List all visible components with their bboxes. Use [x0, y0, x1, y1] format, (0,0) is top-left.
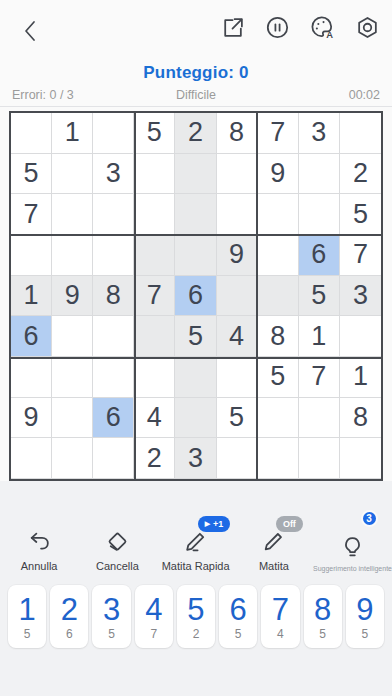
cell-r8c8[interactable]: [299, 398, 340, 439]
cell-r4c5[interactable]: [175, 235, 216, 276]
score: Punteggio: 0: [0, 63, 392, 83]
eraser-icon: [105, 529, 130, 554]
numpad-key-2[interactable]: 26: [50, 585, 88, 648]
cell-r2c4[interactable]: [134, 154, 175, 195]
cell-r5c1[interactable]: 1: [11, 276, 52, 317]
erase-button[interactable]: Cancella: [78, 502, 156, 574]
cell-r9c1[interactable]: [11, 438, 52, 479]
numpad-remaining-count: 4: [277, 627, 284, 641]
cell-r9c3[interactable]: [93, 438, 134, 479]
pencil-icon: [261, 529, 286, 554]
cell-r9c8[interactable]: [299, 438, 340, 479]
cell-r4c1[interactable]: [11, 235, 52, 276]
numpad-remaining-count: 5: [108, 627, 115, 641]
cell-r8c4[interactable]: 4: [134, 398, 175, 439]
quick-pencil-badge: ▶ +1: [198, 516, 231, 532]
numpad-remaining-count: 5: [235, 627, 242, 641]
cell-r1c7[interactable]: 7: [258, 113, 299, 154]
numpad-remaining-count: 6: [66, 627, 73, 641]
cell-r1c9[interactable]: [340, 113, 381, 154]
cell-r8c5[interactable]: [175, 398, 216, 439]
pencil-badge-text: Off: [283, 519, 296, 529]
cell-r6c9[interactable]: [340, 316, 381, 357]
undo-icon: [27, 529, 52, 554]
numpad-digit: 7: [272, 593, 289, 627]
svg-text:A: A: [326, 29, 333, 39]
cell-r3c2[interactable]: [52, 194, 93, 235]
chevron-left-icon: [16, 16, 46, 46]
cell-r4c2[interactable]: [52, 235, 93, 276]
cell-r5c7[interactable]: [258, 276, 299, 317]
cell-r3c7[interactable]: [258, 194, 299, 235]
quick-pencil-badge-text: +1: [213, 519, 223, 529]
pause-icon: [265, 15, 290, 40]
cell-r2c8[interactable]: [299, 154, 340, 195]
cell-r5c3[interactable]: 8: [93, 276, 134, 317]
palette-icon: A: [310, 15, 335, 40]
numpad-digit: 3: [103, 593, 120, 627]
cell-r7c1[interactable]: [11, 357, 52, 398]
numpad-remaining-count: 2: [193, 627, 200, 641]
settings-gear-icon: [355, 15, 380, 40]
numpad-key-8[interactable]: 85: [304, 585, 342, 648]
numpad-digit: 8: [314, 593, 331, 627]
cell-r1c6[interactable]: 8: [217, 113, 258, 154]
cell-r4c9[interactable]: 7: [340, 235, 381, 276]
board-grid: 1528735392759671987653654815719645823: [11, 113, 381, 479]
cell-r2c9[interactable]: 2: [340, 154, 381, 195]
cell-r1c5[interactable]: 2: [175, 113, 216, 154]
cell-r6c7[interactable]: 8: [258, 316, 299, 357]
cell-r4c4[interactable]: [134, 235, 175, 276]
pencil-button[interactable]: Off Matita: [235, 502, 313, 574]
numpad-remaining-count: 5: [24, 627, 31, 641]
numpad-remaining-count: 5: [319, 627, 326, 641]
cell-r9c9[interactable]: [340, 438, 381, 479]
cell-r7c6[interactable]: [217, 357, 258, 398]
cell-r6c2[interactable]: [52, 316, 93, 357]
cell-r8c6[interactable]: 5: [217, 398, 258, 439]
score-label: Punteggio:: [143, 63, 234, 82]
sudoku-app: A Punteggio: 0 Errori: 0 / 3 Difficile 0…: [0, 0, 392, 696]
cell-r7c9[interactable]: 1: [340, 357, 381, 398]
cell-r4c8[interactable]: 6: [299, 235, 340, 276]
cell-r3c1[interactable]: 7: [11, 194, 52, 235]
top-bar: A: [0, 14, 392, 48]
cell-r7c5[interactable]: [175, 357, 216, 398]
quick-pencil-button[interactable]: ▶ +1 Matita Rapida: [157, 502, 235, 574]
cell-r2c7[interactable]: 9: [258, 154, 299, 195]
cell-r6c8[interactable]: 1: [299, 316, 340, 357]
numpad-key-1[interactable]: 15: [8, 585, 46, 648]
share-button[interactable]: [219, 14, 245, 40]
pencil-badge: Off: [276, 516, 303, 532]
cell-r7c3[interactable]: [93, 357, 134, 398]
lightbulb-icon: [340, 534, 365, 559]
cell-r1c3[interactable]: [93, 113, 134, 154]
cell-r7c4[interactable]: [134, 357, 175, 398]
cell-r1c1[interactable]: [11, 113, 52, 154]
cell-r7c2[interactable]: [52, 357, 93, 398]
quick-pencil-icon: [183, 529, 208, 554]
cell-r2c1[interactable]: 5: [11, 154, 52, 195]
cell-r9c5[interactable]: 3: [175, 438, 216, 479]
numpad-digit: 2: [61, 593, 78, 627]
cell-r3c6[interactable]: [217, 194, 258, 235]
cell-r2c5[interactable]: [175, 154, 216, 195]
cell-r2c6[interactable]: [217, 154, 258, 195]
score-value: 0: [239, 63, 249, 82]
cell-r5c5[interactable]: 6: [175, 276, 216, 317]
numpad-key-3[interactable]: 35: [92, 585, 130, 648]
numpad-digit: 6: [230, 593, 247, 627]
pencil-label: Matita: [259, 560, 289, 572]
undo-button[interactable]: Annulla: [0, 502, 78, 574]
numpad-key-5[interactable]: 52: [177, 585, 215, 648]
number-pad: 152635475265748595: [8, 585, 384, 648]
cell-r8c3[interactable]: 6: [93, 398, 134, 439]
header-divider: [0, 106, 392, 107]
numpad-remaining-count: 7: [150, 627, 157, 641]
top-bar-icons: A: [219, 14, 380, 40]
timer: 00:02: [349, 88, 380, 102]
quick-pencil-label: Matita Rapida: [162, 560, 230, 572]
hint-count-badge: 3: [361, 510, 378, 527]
cell-r1c2[interactable]: 1: [52, 113, 93, 154]
cell-r1c8[interactable]: 3: [299, 113, 340, 154]
cell-r7c8[interactable]: 7: [299, 357, 340, 398]
cell-r9c4[interactable]: 2: [134, 438, 175, 479]
numpad-key-7[interactable]: 74: [261, 585, 299, 648]
numpad-remaining-count: 5: [362, 627, 369, 641]
cell-r5c6[interactable]: [217, 276, 258, 317]
cell-r3c8[interactable]: [299, 194, 340, 235]
difficulty-label: Difficile: [0, 88, 392, 102]
cell-r8c7[interactable]: [258, 398, 299, 439]
cell-r2c2[interactable]: [52, 154, 93, 195]
cell-r2c3[interactable]: 3: [93, 154, 134, 195]
cell-r9c7[interactable]: [258, 438, 299, 479]
cell-r6c3[interactable]: [93, 316, 134, 357]
play-icon: ▶: [205, 520, 210, 528]
cell-r7c7[interactable]: 5: [258, 357, 299, 398]
cell-r8c1[interactable]: 9: [11, 398, 52, 439]
cell-r5c8[interactable]: 5: [299, 276, 340, 317]
numpad-key-4[interactable]: 47: [135, 585, 173, 648]
numpad-key-9[interactable]: 95: [346, 585, 384, 648]
back-button[interactable]: [16, 16, 46, 46]
cell-r5c4[interactable]: 7: [134, 276, 175, 317]
erase-label: Cancella: [96, 560, 139, 572]
status-row: Errori: 0 / 3 Difficile 00:02: [0, 88, 392, 104]
toolbar: Annulla Cancella ▶ +1 Matita Rapida Off: [0, 502, 392, 574]
cell-r5c9[interactable]: 3: [340, 276, 381, 317]
cell-r6c1[interactable]: 6: [11, 316, 52, 357]
cell-r6c5[interactable]: 5: [175, 316, 216, 357]
cell-r6c4[interactable]: [134, 316, 175, 357]
theme-button[interactable]: A: [309, 14, 335, 40]
settings-button[interactable]: [354, 14, 380, 40]
numpad-digit: 4: [145, 593, 162, 627]
pause-button[interactable]: [264, 14, 290, 40]
numpad-digit: 5: [187, 593, 204, 627]
cell-r1c4[interactable]: 5: [134, 113, 175, 154]
cell-r4c6[interactable]: 9: [217, 235, 258, 276]
numpad-digit: 1: [18, 593, 35, 627]
cell-r3c9[interactable]: 5: [340, 194, 381, 235]
numpad-key-6[interactable]: 65: [219, 585, 257, 648]
cell-r5c2[interactable]: 9: [52, 276, 93, 317]
cell-r3c5[interactable]: [175, 194, 216, 235]
share-icon: [220, 15, 245, 40]
cell-r9c6[interactable]: [217, 438, 258, 479]
cell-r8c9[interactable]: 8: [340, 398, 381, 439]
cell-r3c3[interactable]: [93, 194, 134, 235]
smart-hint-button[interactable]: 3 Suggerimento intelligente: [313, 502, 392, 574]
sudoku-board: 1528735392759671987653654815719645823: [9, 111, 383, 481]
cell-r4c3[interactable]: [93, 235, 134, 276]
cell-r3c4[interactable]: [134, 194, 175, 235]
cell-r4c7[interactable]: [258, 235, 299, 276]
cell-r8c2[interactable]: [52, 398, 93, 439]
cell-r6c6[interactable]: 4: [217, 316, 258, 357]
cell-r9c2[interactable]: [52, 438, 93, 479]
undo-label: Annulla: [21, 560, 58, 572]
numpad-digit: 9: [356, 593, 373, 627]
smart-hint-label: Suggerimento intelligente: [313, 565, 392, 572]
